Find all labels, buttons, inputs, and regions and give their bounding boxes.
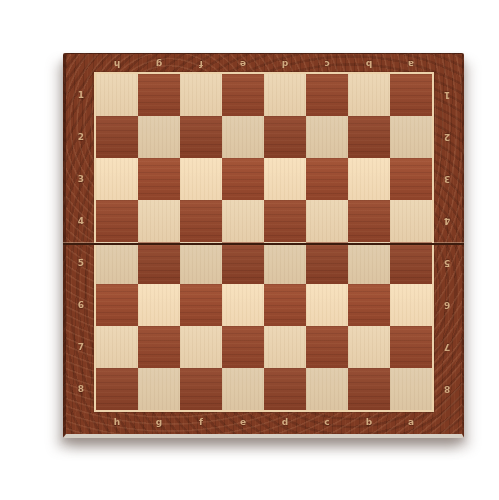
square-d2: [264, 116, 306, 158]
square-d3: [264, 158, 306, 200]
square-a3: [390, 158, 432, 200]
square-b6: [348, 284, 390, 326]
square-g8: [138, 368, 180, 410]
rank-label-left-8: 8: [78, 384, 84, 394]
square-f4: [180, 200, 222, 242]
square-b1: [348, 74, 390, 116]
square-b2: [348, 116, 390, 158]
square-h6: [96, 284, 138, 326]
square-b5: [348, 242, 390, 284]
square-a1: [390, 74, 432, 116]
square-d1: [264, 74, 306, 116]
square-e1: [222, 74, 264, 116]
chess-board: hgfedcbahgfedcba1234567812345678: [63, 53, 464, 438]
square-e3: [222, 158, 264, 200]
file-label-top-d: d: [282, 59, 288, 69]
rank-label-right-5: 5: [444, 258, 450, 268]
file-label-bottom-h: h: [114, 417, 120, 427]
rank-label-right-1: 1: [444, 90, 450, 100]
square-g3: [138, 158, 180, 200]
file-label-bottom-g: g: [156, 417, 162, 427]
square-f5: [180, 242, 222, 284]
square-c3: [306, 158, 348, 200]
square-a5: [390, 242, 432, 284]
square-b8: [348, 368, 390, 410]
square-f7: [180, 326, 222, 368]
square-e4: [222, 200, 264, 242]
square-f6: [180, 284, 222, 326]
rank-label-right-6: 6: [444, 300, 450, 310]
square-e5: [222, 242, 264, 284]
square-b7: [348, 326, 390, 368]
file-label-bottom-e: e: [240, 417, 246, 427]
square-f8: [180, 368, 222, 410]
square-h3: [96, 158, 138, 200]
square-d8: [264, 368, 306, 410]
square-h8: [96, 368, 138, 410]
rank-label-right-4: 4: [444, 216, 450, 226]
square-c2: [306, 116, 348, 158]
square-e7: [222, 326, 264, 368]
square-g5: [138, 242, 180, 284]
rank-label-left-1: 1: [78, 90, 84, 100]
square-e6: [222, 284, 264, 326]
square-a7: [390, 326, 432, 368]
square-h7: [96, 326, 138, 368]
square-d4: [264, 200, 306, 242]
product-photo-stage: hgfedcbahgfedcba1234567812345678: [0, 0, 499, 500]
square-d7: [264, 326, 306, 368]
square-c7: [306, 326, 348, 368]
square-d6: [264, 284, 306, 326]
square-h1: [96, 74, 138, 116]
square-h5: [96, 242, 138, 284]
square-d5: [264, 242, 306, 284]
square-g7: [138, 326, 180, 368]
square-a2: [390, 116, 432, 158]
rank-label-left-6: 6: [78, 300, 84, 310]
square-b3: [348, 158, 390, 200]
file-label-bottom-a: a: [408, 417, 414, 427]
file-label-top-e: e: [240, 59, 246, 69]
square-h2: [96, 116, 138, 158]
file-label-top-c: c: [324, 59, 329, 69]
square-h4: [96, 200, 138, 242]
rank-label-left-3: 3: [78, 174, 84, 184]
file-label-bottom-c: c: [324, 417, 329, 427]
file-label-bottom-f: f: [199, 417, 203, 427]
square-g6: [138, 284, 180, 326]
square-a8: [390, 368, 432, 410]
file-label-bottom-b: b: [366, 417, 372, 427]
rank-label-right-3: 3: [444, 174, 450, 184]
file-label-bottom-d: d: [282, 417, 288, 427]
square-b4: [348, 200, 390, 242]
rank-label-left-5: 5: [78, 258, 84, 268]
square-c5: [306, 242, 348, 284]
square-c8: [306, 368, 348, 410]
rank-label-right-8: 8: [444, 384, 450, 394]
rank-label-left-4: 4: [78, 216, 84, 226]
rank-label-left-7: 7: [78, 342, 84, 352]
square-a4: [390, 200, 432, 242]
fold-seam: [63, 242, 464, 245]
file-label-top-f: f: [199, 59, 203, 69]
file-label-top-b: b: [366, 59, 372, 69]
file-label-top-h: h: [114, 59, 120, 69]
rank-label-right-7: 7: [444, 342, 450, 352]
rank-label-right-2: 2: [444, 132, 450, 142]
square-c6: [306, 284, 348, 326]
square-c4: [306, 200, 348, 242]
square-f2: [180, 116, 222, 158]
square-c1: [306, 74, 348, 116]
file-label-top-g: g: [156, 59, 162, 69]
square-g2: [138, 116, 180, 158]
square-e8: [222, 368, 264, 410]
square-f1: [180, 74, 222, 116]
square-g4: [138, 200, 180, 242]
file-label-top-a: a: [408, 59, 414, 69]
rank-label-left-2: 2: [78, 132, 84, 142]
square-g1: [138, 74, 180, 116]
square-f3: [180, 158, 222, 200]
square-e2: [222, 116, 264, 158]
square-a6: [390, 284, 432, 326]
